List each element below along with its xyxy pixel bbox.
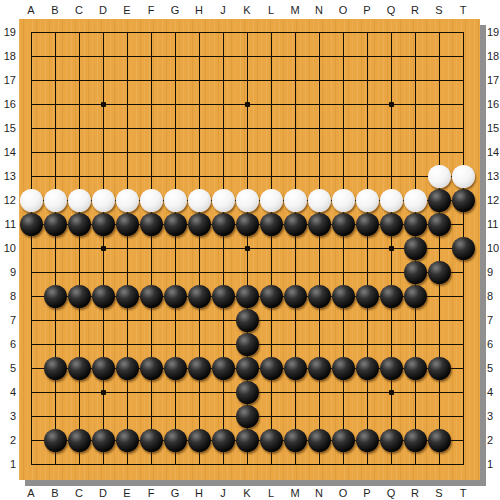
row-label-left: 13 <box>1 168 16 184</box>
column-label-bottom: S <box>427 485 451 500</box>
row-label-right: 9 <box>487 264 500 280</box>
black-stone <box>308 429 331 452</box>
row-label-left: 4 <box>1 384 16 400</box>
star-point <box>101 102 106 107</box>
column-label-top: S <box>427 2 451 18</box>
row-label-right: 10 <box>487 240 500 256</box>
black-stone <box>92 357 115 380</box>
column-label-bottom: P <box>355 485 379 500</box>
black-stone <box>404 429 427 452</box>
black-stone <box>20 213 43 236</box>
row-label-right: 18 <box>487 48 500 64</box>
black-stone <box>212 357 235 380</box>
column-label-top: F <box>139 2 163 18</box>
black-stone <box>308 357 331 380</box>
column-label-bottom: A <box>19 485 43 500</box>
column-label-top: Q <box>379 2 403 18</box>
column-label-top: T <box>451 2 475 18</box>
white-stone <box>164 189 187 212</box>
column-label-bottom: B <box>43 485 67 500</box>
black-stone <box>356 357 379 380</box>
column-label-top: G <box>163 2 187 18</box>
white-stone <box>116 189 139 212</box>
black-stone <box>164 213 187 236</box>
black-stone <box>404 261 427 284</box>
black-stone <box>212 213 235 236</box>
black-stone <box>428 429 451 452</box>
black-stone <box>260 285 283 308</box>
row-label-left: 5 <box>1 360 16 376</box>
black-stone <box>68 213 91 236</box>
black-stone <box>116 285 139 308</box>
black-stone <box>332 285 355 308</box>
black-stone <box>380 429 403 452</box>
black-stone <box>260 429 283 452</box>
row-label-left: 10 <box>1 240 16 256</box>
column-label-bottom: H <box>187 485 211 500</box>
black-stone <box>140 429 163 452</box>
row-label-left: 3 <box>1 408 16 424</box>
white-stone <box>308 189 331 212</box>
column-label-bottom: C <box>67 485 91 500</box>
row-label-left: 11 <box>1 216 16 232</box>
white-stone <box>284 189 307 212</box>
row-label-left: 1 <box>1 456 16 472</box>
column-label-bottom: L <box>259 485 283 500</box>
column-label-bottom: N <box>307 485 331 500</box>
white-stone <box>356 189 379 212</box>
white-stone <box>380 189 403 212</box>
black-stone <box>188 357 211 380</box>
black-stone <box>284 429 307 452</box>
black-stone <box>284 213 307 236</box>
go-board[interactable] <box>19 19 480 480</box>
black-stone <box>116 213 139 236</box>
black-stone <box>428 261 451 284</box>
black-stone <box>236 213 259 236</box>
black-stone <box>44 429 67 452</box>
column-label-bottom: O <box>331 485 355 500</box>
column-label-top: A <box>19 2 43 18</box>
column-label-bottom: K <box>235 485 259 500</box>
column-label-bottom: J <box>211 485 235 500</box>
row-label-left: 15 <box>1 120 16 136</box>
star-point <box>389 102 394 107</box>
row-label-right: 4 <box>487 384 500 400</box>
star-point <box>389 390 394 395</box>
black-stone <box>428 213 451 236</box>
black-stone <box>116 429 139 452</box>
star-point <box>245 102 250 107</box>
white-stone <box>404 189 427 212</box>
black-stone <box>380 213 403 236</box>
go-diagram: AABBCCDDEEFFGGHHJJKKLLMMNNOOPPQQRRSSTT19… <box>0 0 500 500</box>
white-stone <box>260 189 283 212</box>
row-label-left: 19 <box>1 24 16 40</box>
column-label-top: E <box>115 2 139 18</box>
row-label-right: 12 <box>487 192 500 208</box>
column-label-top: H <box>187 2 211 18</box>
row-label-right: 3 <box>487 408 500 424</box>
column-label-bottom: D <box>91 485 115 500</box>
white-stone <box>92 189 115 212</box>
row-label-left: 6 <box>1 336 16 352</box>
black-stone <box>68 357 91 380</box>
black-stone <box>404 213 427 236</box>
white-stone <box>44 189 67 212</box>
white-stone <box>212 189 235 212</box>
black-stone <box>332 357 355 380</box>
column-label-top: N <box>307 2 331 18</box>
column-label-bottom: M <box>283 485 307 500</box>
row-label-left: 16 <box>1 96 16 112</box>
star-point <box>245 246 250 251</box>
black-stone <box>92 213 115 236</box>
star-point <box>101 390 106 395</box>
black-stone <box>68 429 91 452</box>
black-stone <box>140 357 163 380</box>
black-stone <box>356 429 379 452</box>
black-stone <box>452 189 475 212</box>
column-label-bottom: F <box>139 485 163 500</box>
white-stone <box>20 189 43 212</box>
row-label-right: 1 <box>487 456 500 472</box>
black-stone <box>308 213 331 236</box>
row-label-right: 7 <box>487 312 500 328</box>
black-stone <box>116 357 139 380</box>
white-stone <box>236 189 259 212</box>
black-stone <box>164 357 187 380</box>
black-stone <box>140 213 163 236</box>
row-label-left: 18 <box>1 48 16 64</box>
row-label-right: 13 <box>487 168 500 184</box>
row-label-right: 2 <box>487 432 500 448</box>
black-stone <box>44 357 67 380</box>
row-label-right: 5 <box>487 360 500 376</box>
black-stone <box>212 429 235 452</box>
black-stone <box>44 213 67 236</box>
row-label-left: 12 <box>1 192 16 208</box>
star-point <box>389 246 394 251</box>
row-label-left: 2 <box>1 432 16 448</box>
black-stone <box>188 213 211 236</box>
black-stone <box>284 285 307 308</box>
white-stone <box>140 189 163 212</box>
black-stone <box>356 213 379 236</box>
black-stone <box>428 189 451 212</box>
black-stone <box>284 357 307 380</box>
black-stone <box>164 285 187 308</box>
row-label-left: 14 <box>1 144 16 160</box>
row-label-right: 6 <box>487 336 500 352</box>
black-stone <box>404 357 427 380</box>
row-label-left: 17 <box>1 72 16 88</box>
white-stone <box>452 165 475 188</box>
black-stone <box>236 357 259 380</box>
black-stone <box>44 285 67 308</box>
black-stone <box>452 237 475 260</box>
white-stone <box>68 189 91 212</box>
black-stone <box>212 285 235 308</box>
row-label-right: 17 <box>487 72 500 88</box>
black-stone <box>428 357 451 380</box>
row-label-right: 14 <box>487 144 500 160</box>
black-stone <box>188 285 211 308</box>
column-label-top: J <box>211 2 235 18</box>
black-stone <box>92 429 115 452</box>
column-label-top: D <box>91 2 115 18</box>
column-label-top: P <box>355 2 379 18</box>
black-stone <box>356 285 379 308</box>
black-stone <box>140 285 163 308</box>
black-stone <box>68 285 91 308</box>
black-stone <box>164 429 187 452</box>
black-stone <box>236 429 259 452</box>
row-label-right: 19 <box>487 24 500 40</box>
row-label-left: 7 <box>1 312 16 328</box>
white-stone <box>188 189 211 212</box>
black-stone <box>236 381 259 404</box>
black-stone <box>404 285 427 308</box>
column-label-top: O <box>331 2 355 18</box>
star-point <box>101 246 106 251</box>
black-stone <box>236 333 259 356</box>
black-stone <box>380 285 403 308</box>
column-label-bottom: Q <box>379 485 403 500</box>
row-label-right: 15 <box>487 120 500 136</box>
row-label-left: 9 <box>1 264 16 280</box>
row-label-left: 8 <box>1 288 16 304</box>
row-label-right: 16 <box>487 96 500 112</box>
black-stone <box>236 405 259 428</box>
white-stone <box>332 189 355 212</box>
black-stone <box>308 285 331 308</box>
column-label-top: L <box>259 2 283 18</box>
column-label-top: K <box>235 2 259 18</box>
black-stone <box>260 213 283 236</box>
column-label-top: R <box>403 2 427 18</box>
column-label-bottom: E <box>115 485 139 500</box>
black-stone <box>236 309 259 332</box>
row-label-right: 8 <box>487 288 500 304</box>
column-label-bottom: R <box>403 485 427 500</box>
column-label-top: B <box>43 2 67 18</box>
black-stone <box>188 429 211 452</box>
row-label-right: 11 <box>487 216 500 232</box>
column-label-top: M <box>283 2 307 18</box>
black-stone <box>92 285 115 308</box>
black-stone <box>260 357 283 380</box>
black-stone <box>332 213 355 236</box>
black-stone <box>380 357 403 380</box>
black-stone <box>236 285 259 308</box>
black-stone <box>404 237 427 260</box>
column-label-bottom: G <box>163 485 187 500</box>
column-label-top: C <box>67 2 91 18</box>
column-label-bottom: T <box>451 485 475 500</box>
white-stone <box>428 165 451 188</box>
black-stone <box>332 429 355 452</box>
